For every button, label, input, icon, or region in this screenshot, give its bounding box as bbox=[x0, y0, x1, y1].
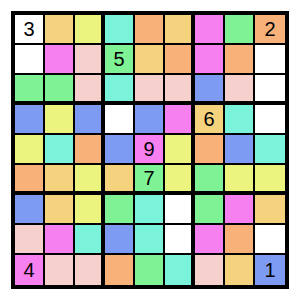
cell-r6c3[interactable] bbox=[75, 165, 105, 195]
cell-r1c1[interactable]: 3 bbox=[15, 15, 45, 45]
cell-r3c4[interactable] bbox=[105, 75, 135, 105]
cell-r5c7[interactable] bbox=[195, 135, 225, 165]
cell-r4c2[interactable] bbox=[45, 105, 75, 135]
cell-r7c2[interactable] bbox=[45, 195, 75, 225]
cell-r1c5[interactable] bbox=[135, 15, 165, 45]
cell-r5c5[interactable]: 9 bbox=[135, 135, 165, 165]
cell-r9c5[interactable] bbox=[135, 255, 165, 285]
cell-r4c1[interactable] bbox=[15, 105, 45, 135]
cell-r6c5[interactable]: 7 bbox=[135, 165, 165, 195]
cell-r6c2[interactable] bbox=[45, 165, 75, 195]
cell-r2c5[interactable] bbox=[135, 45, 165, 75]
cell-r1c6[interactable] bbox=[165, 15, 195, 45]
cell-r6c8[interactable] bbox=[225, 165, 255, 195]
cell-r5c3[interactable] bbox=[75, 135, 105, 165]
cell-r3c1[interactable] bbox=[15, 75, 45, 105]
cell-r8c7[interactable] bbox=[195, 225, 225, 255]
cell-r2c8[interactable] bbox=[225, 45, 255, 75]
cell-r8c4[interactable] bbox=[105, 225, 135, 255]
cell-r9c4[interactable] bbox=[105, 255, 135, 285]
cell-r1c2[interactable] bbox=[45, 15, 75, 45]
cell-r3c8[interactable] bbox=[225, 75, 255, 105]
cell-r1c9[interactable]: 2 bbox=[255, 15, 285, 45]
cell-r5c4[interactable] bbox=[105, 135, 135, 165]
cell-r2c6[interactable] bbox=[165, 45, 195, 75]
cell-r2c4[interactable]: 5 bbox=[105, 45, 135, 75]
cell-r8c9[interactable] bbox=[255, 225, 285, 255]
cell-r7c3[interactable] bbox=[75, 195, 105, 225]
cell-r9c1[interactable]: 4 bbox=[15, 255, 45, 285]
cell-r8c1[interactable] bbox=[15, 225, 45, 255]
cell-r6c6[interactable] bbox=[165, 165, 195, 195]
cell-r4c5[interactable] bbox=[135, 105, 165, 135]
cell-r5c2[interactable] bbox=[45, 135, 75, 165]
cell-r4c8[interactable] bbox=[225, 105, 255, 135]
cell-r9c2[interactable] bbox=[45, 255, 75, 285]
cell-r2c9[interactable] bbox=[255, 45, 285, 75]
cell-r6c9[interactable] bbox=[255, 165, 285, 195]
cell-r2c2[interactable] bbox=[45, 45, 75, 75]
cell-r9c9[interactable]: 1 bbox=[255, 255, 285, 285]
cell-r1c7[interactable] bbox=[195, 15, 225, 45]
cell-r3c3[interactable] bbox=[75, 75, 105, 105]
cell-r1c8[interactable] bbox=[225, 15, 255, 45]
cell-r5c6[interactable] bbox=[165, 135, 195, 165]
cell-r9c7[interactable] bbox=[195, 255, 225, 285]
cell-r7c5[interactable] bbox=[135, 195, 165, 225]
cell-r7c8[interactable] bbox=[225, 195, 255, 225]
cell-r7c7[interactable] bbox=[195, 195, 225, 225]
cell-r7c4[interactable] bbox=[105, 195, 135, 225]
cell-r5c9[interactable] bbox=[255, 135, 285, 165]
cell-r7c9[interactable] bbox=[255, 195, 285, 225]
cell-r3c9[interactable] bbox=[255, 75, 285, 105]
cell-r3c2[interactable] bbox=[45, 75, 75, 105]
cell-r4c9[interactable] bbox=[255, 105, 285, 135]
cell-r5c1[interactable] bbox=[15, 135, 45, 165]
cell-r9c3[interactable] bbox=[75, 255, 105, 285]
cell-r4c4[interactable] bbox=[105, 105, 135, 135]
cell-r8c3[interactable] bbox=[75, 225, 105, 255]
cell-r4c3[interactable] bbox=[75, 105, 105, 135]
cell-r3c7[interactable] bbox=[195, 75, 225, 105]
cell-r8c5[interactable] bbox=[135, 225, 165, 255]
cell-r7c1[interactable] bbox=[15, 195, 45, 225]
cell-r8c6[interactable] bbox=[165, 225, 195, 255]
cell-r7c6[interactable] bbox=[165, 195, 195, 225]
cell-r2c1[interactable] bbox=[15, 45, 45, 75]
cell-r4c6[interactable] bbox=[165, 105, 195, 135]
cell-r6c1[interactable] bbox=[15, 165, 45, 195]
cell-r5c8[interactable] bbox=[225, 135, 255, 165]
cell-r2c3[interactable] bbox=[75, 45, 105, 75]
cell-r6c7[interactable] bbox=[195, 165, 225, 195]
cell-r8c2[interactable] bbox=[45, 225, 75, 255]
cell-r3c6[interactable] bbox=[165, 75, 195, 105]
cell-r9c8[interactable] bbox=[225, 255, 255, 285]
cell-r1c4[interactable] bbox=[105, 15, 135, 45]
cell-r2c7[interactable] bbox=[195, 45, 225, 75]
sudoku-board: 32569741 bbox=[11, 11, 289, 289]
cell-r9c6[interactable] bbox=[165, 255, 195, 285]
cell-r3c5[interactable] bbox=[135, 75, 165, 105]
cell-r8c8[interactable] bbox=[225, 225, 255, 255]
cell-r1c3[interactable] bbox=[75, 15, 105, 45]
cell-r6c4[interactable] bbox=[105, 165, 135, 195]
cell-r4c7[interactable]: 6 bbox=[195, 105, 225, 135]
